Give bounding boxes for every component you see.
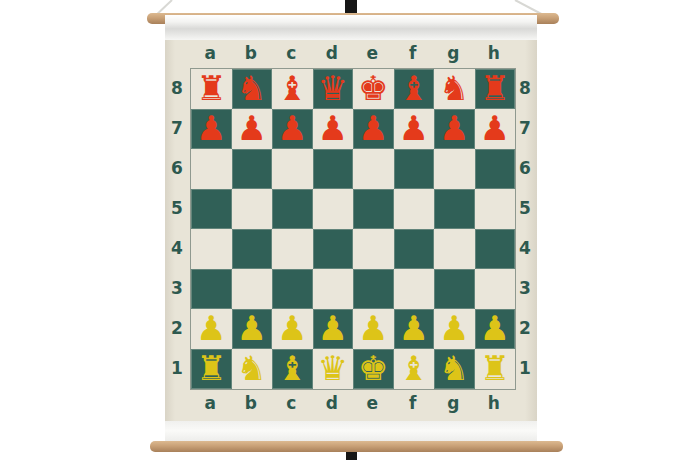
stand-pole-top xyxy=(345,0,357,14)
square-b6[interactable] xyxy=(232,149,273,189)
rank-label: 1 xyxy=(514,348,536,388)
rank-label: 3 xyxy=(166,268,188,308)
piece-yellow-queen: ♛ xyxy=(318,351,348,385)
square-h3[interactable] xyxy=(475,269,516,309)
square-b7[interactable]: ♟ xyxy=(232,109,273,149)
banner-top-sleeve xyxy=(165,15,537,40)
piece-yellow-pawn: ♟ xyxy=(237,311,267,345)
chess-board-grid: ♜♞♝♛♚♝♞♜♟♟♟♟♟♟♟♟♟♟♟♟♟♟♟♟♜♞♝♛♚♝♞♜ xyxy=(190,68,516,390)
file-label: d xyxy=(312,392,353,414)
square-c7[interactable]: ♟ xyxy=(272,109,313,149)
file-label: b xyxy=(231,42,272,64)
square-d8[interactable]: ♛ xyxy=(313,69,354,109)
file-label: h xyxy=(474,392,515,414)
piece-yellow-knight: ♞ xyxy=(237,351,267,385)
file-label: c xyxy=(271,42,312,64)
file-label: f xyxy=(393,42,434,64)
square-c4[interactable] xyxy=(272,229,313,269)
file-labels-bottom: abcdefgh xyxy=(190,392,514,414)
rank-label: 5 xyxy=(166,188,188,228)
file-label: g xyxy=(433,392,474,414)
bottom-wooden-dowel xyxy=(150,441,563,452)
square-g8[interactable]: ♞ xyxy=(434,69,475,109)
square-d2[interactable]: ♟ xyxy=(313,309,354,349)
piece-yellow-pawn: ♟ xyxy=(277,311,307,345)
rank-label: 8 xyxy=(514,68,536,108)
file-label: b xyxy=(231,392,272,414)
piece-red-rook: ♜ xyxy=(480,71,510,105)
rank-label: 4 xyxy=(166,228,188,268)
rank-label: 5 xyxy=(514,188,536,228)
square-h4[interactable] xyxy=(475,229,516,269)
square-g4[interactable] xyxy=(434,229,475,269)
file-label: h xyxy=(474,42,515,64)
rank-label: 7 xyxy=(166,108,188,148)
square-h7[interactable]: ♟ xyxy=(475,109,516,149)
square-b5[interactable] xyxy=(232,189,273,229)
piece-red-queen: ♛ xyxy=(318,71,348,105)
square-d3[interactable] xyxy=(313,269,354,309)
file-label: a xyxy=(190,392,231,414)
square-e2[interactable]: ♟ xyxy=(353,309,394,349)
piece-red-pawn: ♟ xyxy=(277,111,307,145)
rank-label: 7 xyxy=(514,108,536,148)
rank-label: 3 xyxy=(514,268,536,308)
square-e5[interactable] xyxy=(353,189,394,229)
square-h8[interactable]: ♜ xyxy=(475,69,516,109)
rank-label: 1 xyxy=(166,348,188,388)
piece-red-pawn: ♟ xyxy=(237,111,267,145)
square-a2[interactable]: ♟ xyxy=(191,309,232,349)
rank-label: 6 xyxy=(514,148,536,188)
file-label: e xyxy=(352,42,393,64)
piece-red-pawn: ♟ xyxy=(196,111,226,145)
square-a4[interactable] xyxy=(191,229,232,269)
square-b1[interactable]: ♞ xyxy=(232,349,273,389)
square-e8[interactable]: ♚ xyxy=(353,69,394,109)
square-g7[interactable]: ♟ xyxy=(434,109,475,149)
file-label: a xyxy=(190,42,231,64)
square-b2[interactable]: ♟ xyxy=(232,309,273,349)
piece-yellow-pawn: ♟ xyxy=(358,311,388,345)
square-c2[interactable]: ♟ xyxy=(272,309,313,349)
file-label: e xyxy=(352,392,393,414)
piece-red-pawn: ♟ xyxy=(318,111,348,145)
file-labels-top: abcdefgh xyxy=(190,42,514,64)
square-d6[interactable] xyxy=(313,149,354,189)
square-f7[interactable]: ♟ xyxy=(394,109,435,149)
square-g6[interactable] xyxy=(434,149,475,189)
rank-label: 2 xyxy=(514,308,536,348)
square-b4[interactable] xyxy=(232,229,273,269)
square-b3[interactable] xyxy=(232,269,273,309)
square-f2[interactable]: ♟ xyxy=(394,309,435,349)
square-b8[interactable]: ♞ xyxy=(232,69,273,109)
square-e6[interactable] xyxy=(353,149,394,189)
rank-label: 2 xyxy=(166,308,188,348)
piece-yellow-rook: ♜ xyxy=(196,351,226,385)
square-f4[interactable] xyxy=(394,229,435,269)
square-e1[interactable]: ♚ xyxy=(353,349,394,389)
square-e4[interactable] xyxy=(353,229,394,269)
square-c6[interactable] xyxy=(272,149,313,189)
piece-yellow-pawn: ♟ xyxy=(480,311,510,345)
piece-yellow-pawn: ♟ xyxy=(439,311,469,345)
square-e7[interactable]: ♟ xyxy=(353,109,394,149)
square-g2[interactable]: ♟ xyxy=(434,309,475,349)
piece-yellow-bishop: ♝ xyxy=(399,351,429,385)
rank-label: 8 xyxy=(166,68,188,108)
square-a5[interactable] xyxy=(191,189,232,229)
rank-label: 4 xyxy=(514,228,536,268)
file-label: g xyxy=(433,42,474,64)
square-h2[interactable]: ♟ xyxy=(475,309,516,349)
square-a3[interactable] xyxy=(191,269,232,309)
demo-chess-board-scene: abcdefgh abcdefgh 87654321 87654321 ♜♞♝♛… xyxy=(0,0,700,460)
piece-red-knight: ♞ xyxy=(439,71,469,105)
piece-red-knight: ♞ xyxy=(237,71,267,105)
square-c8[interactable]: ♝ xyxy=(272,69,313,109)
piece-red-rook: ♜ xyxy=(196,71,226,105)
square-a8[interactable]: ♜ xyxy=(191,69,232,109)
square-c1[interactable]: ♝ xyxy=(272,349,313,389)
piece-red-pawn: ♟ xyxy=(480,111,510,145)
square-f6[interactable] xyxy=(394,149,435,189)
piece-red-pawn: ♟ xyxy=(439,111,469,145)
square-g1[interactable]: ♞ xyxy=(434,349,475,389)
piece-yellow-pawn: ♟ xyxy=(399,311,429,345)
piece-red-bishop: ♝ xyxy=(277,71,307,105)
square-f5[interactable] xyxy=(394,189,435,229)
square-a1[interactable]: ♜ xyxy=(191,349,232,389)
square-f1[interactable]: ♝ xyxy=(394,349,435,389)
piece-yellow-king: ♚ xyxy=(358,351,388,385)
file-label: f xyxy=(393,392,434,414)
square-d5[interactable] xyxy=(313,189,354,229)
piece-yellow-rook: ♜ xyxy=(480,351,510,385)
piece-red-king: ♚ xyxy=(358,71,388,105)
square-d1[interactable]: ♛ xyxy=(313,349,354,389)
square-d4[interactable] xyxy=(313,229,354,269)
piece-red-pawn: ♟ xyxy=(358,111,388,145)
square-c3[interactable] xyxy=(272,269,313,309)
rank-label: 6 xyxy=(166,148,188,188)
square-g5[interactable] xyxy=(434,189,475,229)
square-d7[interactable]: ♟ xyxy=(313,109,354,149)
square-f8[interactable]: ♝ xyxy=(394,69,435,109)
rank-labels-left: 87654321 xyxy=(166,68,188,388)
square-a6[interactable] xyxy=(191,149,232,189)
file-label: c xyxy=(271,392,312,414)
square-h6[interactable] xyxy=(475,149,516,189)
square-g3[interactable] xyxy=(434,269,475,309)
square-h1[interactable]: ♜ xyxy=(475,349,516,389)
square-f3[interactable] xyxy=(394,269,435,309)
piece-red-bishop: ♝ xyxy=(399,71,429,105)
file-label: d xyxy=(312,42,353,64)
piece-yellow-pawn: ♟ xyxy=(196,311,226,345)
piece-red-pawn: ♟ xyxy=(399,111,429,145)
square-c5[interactable] xyxy=(272,189,313,229)
square-e3[interactable] xyxy=(353,269,394,309)
square-h5[interactable] xyxy=(475,189,516,229)
piece-yellow-knight: ♞ xyxy=(439,351,469,385)
piece-yellow-bishop: ♝ xyxy=(277,351,307,385)
piece-yellow-pawn: ♟ xyxy=(318,311,348,345)
square-a7[interactable]: ♟ xyxy=(191,109,232,149)
rank-labels-right: 87654321 xyxy=(514,68,536,388)
